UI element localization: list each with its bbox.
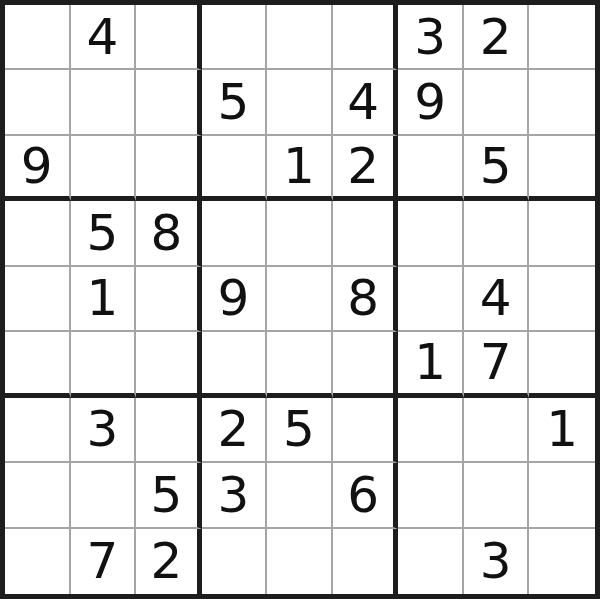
cell-r4c9-empty[interactable]	[529, 201, 595, 266]
cell-r1c9-empty[interactable]	[529, 5, 595, 70]
cell-r8c1-empty[interactable]	[5, 463, 71, 528]
cell-r7c1-empty[interactable]	[5, 398, 71, 463]
cell-r4c4-empty[interactable]	[202, 201, 268, 266]
cell-r2c3-empty[interactable]	[136, 70, 202, 135]
cell-r8c4-given[interactable]: 3	[202, 463, 268, 528]
cell-r5c5-empty[interactable]	[267, 267, 333, 332]
cell-r5c4-given[interactable]: 9	[202, 267, 268, 332]
cell-r1c3-empty[interactable]	[136, 5, 202, 70]
cell-r4c7-empty[interactable]	[398, 201, 464, 266]
cell-r3c5-given[interactable]: 1	[267, 136, 333, 201]
cell-r7c2-given[interactable]: 3	[71, 398, 137, 463]
cell-r8c7-empty[interactable]	[398, 463, 464, 528]
cell-r4c1-empty[interactable]	[5, 201, 71, 266]
cell-r3c9-empty[interactable]	[529, 136, 595, 201]
cell-r1c6-empty[interactable]	[333, 5, 399, 70]
cell-r1c8-given[interactable]: 2	[464, 5, 530, 70]
cell-r2c7-given[interactable]: 9	[398, 70, 464, 135]
cell-r7c4-given[interactable]: 2	[202, 398, 268, 463]
cell-r7c3-empty[interactable]	[136, 398, 202, 463]
cell-r8c8-empty[interactable]	[464, 463, 530, 528]
cell-r3c3-empty[interactable]	[136, 136, 202, 201]
cell-r7c7-empty[interactable]	[398, 398, 464, 463]
cell-r1c5-empty[interactable]	[267, 5, 333, 70]
cell-r6c2-empty[interactable]	[71, 332, 137, 397]
cell-r7c9-given[interactable]: 1	[529, 398, 595, 463]
cell-r1c1-empty[interactable]	[5, 5, 71, 70]
cell-r9c1-empty[interactable]	[5, 529, 71, 594]
cell-r5c9-empty[interactable]	[529, 267, 595, 332]
cell-r2c8-empty[interactable]	[464, 70, 530, 135]
cell-r3c6-given[interactable]: 2	[333, 136, 399, 201]
cell-r8c9-empty[interactable]	[529, 463, 595, 528]
cell-r1c4-empty[interactable]	[202, 5, 268, 70]
cell-r3c8-given[interactable]: 5	[464, 136, 530, 201]
cell-r8c6-given[interactable]: 6	[333, 463, 399, 528]
cell-r3c4-empty[interactable]	[202, 136, 268, 201]
cell-r3c2-empty[interactable]	[71, 136, 137, 201]
cell-r2c4-given[interactable]: 5	[202, 70, 268, 135]
cell-r5c2-given[interactable]: 1	[71, 267, 137, 332]
cell-r7c8-empty[interactable]	[464, 398, 530, 463]
cell-r7c6-empty[interactable]	[333, 398, 399, 463]
cell-r2c6-given[interactable]: 4	[333, 70, 399, 135]
cell-r4c3-given[interactable]: 8	[136, 201, 202, 266]
cell-r8c2-empty[interactable]	[71, 463, 137, 528]
cell-r6c7-given[interactable]: 1	[398, 332, 464, 397]
cell-r9c8-given[interactable]: 3	[464, 529, 530, 594]
cell-r4c8-empty[interactable]	[464, 201, 530, 266]
cell-r9c7-empty[interactable]	[398, 529, 464, 594]
cell-r4c2-given[interactable]: 5	[71, 201, 137, 266]
cell-r1c2-given[interactable]: 4	[71, 5, 137, 70]
cell-r6c6-empty[interactable]	[333, 332, 399, 397]
cell-r8c3-given[interactable]: 5	[136, 463, 202, 528]
cell-r4c6-empty[interactable]	[333, 201, 399, 266]
cell-r6c3-empty[interactable]	[136, 332, 202, 397]
cell-r5c1-empty[interactable]	[5, 267, 71, 332]
cell-r2c5-empty[interactable]	[267, 70, 333, 135]
cell-r2c1-empty[interactable]	[5, 70, 71, 135]
cell-r5c6-given[interactable]: 8	[333, 267, 399, 332]
sudoku-board: 4325499125581984173251536723	[0, 0, 600, 599]
cell-r2c9-empty[interactable]	[529, 70, 595, 135]
cell-r6c9-empty[interactable]	[529, 332, 595, 397]
cell-r9c3-given[interactable]: 2	[136, 529, 202, 594]
cell-r8c5-empty[interactable]	[267, 463, 333, 528]
cell-r5c7-empty[interactable]	[398, 267, 464, 332]
cell-r3c7-empty[interactable]	[398, 136, 464, 201]
cell-r9c6-empty[interactable]	[333, 529, 399, 594]
cell-r5c8-given[interactable]: 4	[464, 267, 530, 332]
cell-r6c5-empty[interactable]	[267, 332, 333, 397]
cell-r9c5-empty[interactable]	[267, 529, 333, 594]
cell-r9c4-empty[interactable]	[202, 529, 268, 594]
cell-r9c9-empty[interactable]	[529, 529, 595, 594]
cell-r7c5-given[interactable]: 5	[267, 398, 333, 463]
cell-r5c3-empty[interactable]	[136, 267, 202, 332]
cell-r6c8-given[interactable]: 7	[464, 332, 530, 397]
cell-r2c2-empty[interactable]	[71, 70, 137, 135]
cell-r6c4-empty[interactable]	[202, 332, 268, 397]
cell-r3c1-given[interactable]: 9	[5, 136, 71, 201]
cell-r1c7-given[interactable]: 3	[398, 5, 464, 70]
cell-r6c1-empty[interactable]	[5, 332, 71, 397]
cell-r4c5-empty[interactable]	[267, 201, 333, 266]
cell-r9c2-given[interactable]: 7	[71, 529, 137, 594]
